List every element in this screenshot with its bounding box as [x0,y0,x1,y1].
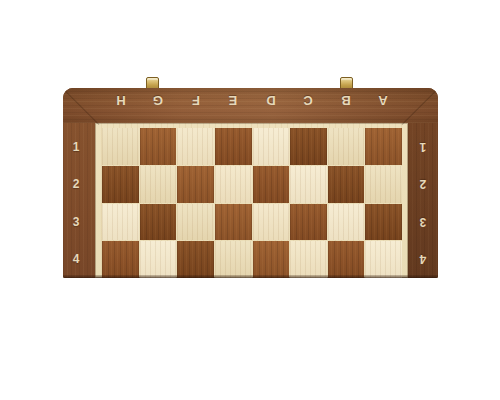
rank-label-right-4: 4 [420,253,427,265]
square-c3 [290,204,327,241]
square-g2 [140,166,177,203]
square-e4 [215,241,252,278]
file-label-e: E [229,94,238,107]
product-photo: HGFEDCBA 1234 1234 [0,0,500,400]
board-frame-top: HGFEDCBA [63,88,438,123]
square-h2 [102,166,139,203]
square-g1 [140,128,177,165]
rank-label-left-2: 2 [73,178,80,190]
rank-label-left-4: 4 [73,253,80,265]
square-d2 [253,166,290,203]
rank-label-left-1: 1 [73,141,80,153]
square-f3 [177,204,214,241]
square-f2 [177,166,214,203]
square-f4 [177,241,214,278]
square-b2 [328,166,365,203]
file-label-a: A [379,94,388,107]
square-b3 [328,204,365,241]
rank-label-right-2: 2 [420,178,427,190]
square-b4 [328,241,365,278]
file-label-d: D [266,94,275,107]
square-e3 [215,204,252,241]
square-e2 [215,166,252,203]
squares-grid [102,128,402,278]
file-label-g: G [153,94,163,107]
square-b1 [328,128,365,165]
rank-label-left-3: 3 [73,216,80,228]
square-a1 [365,128,402,165]
file-label-f: F [192,94,200,107]
square-c1 [290,128,327,165]
file-label-c: C [304,94,313,107]
rank-label-right-1: 1 [420,141,427,153]
square-d1 [253,128,290,165]
square-a2 [365,166,402,203]
board-frame-right: 1234 [408,123,438,278]
playing-surface [95,123,408,278]
square-g3 [140,204,177,241]
square-h3 [102,204,139,241]
file-label-h: H [116,94,125,107]
square-h1 [102,128,139,165]
fold-edge [63,275,438,278]
square-d4 [253,241,290,278]
chess-board: HGFEDCBA 1234 1234 [63,88,438,278]
file-label-b: B [341,94,350,107]
square-f1 [177,128,214,165]
square-c4 [290,241,327,278]
square-e1 [215,128,252,165]
square-c2 [290,166,327,203]
miter-seam-left [63,89,99,125]
rank-label-right-3: 3 [420,216,427,228]
miter-seam-right [402,89,438,125]
square-h4 [102,241,139,278]
board-frame-left: 1234 [63,123,95,278]
square-g4 [140,241,177,278]
square-d3 [253,204,290,241]
square-a4 [365,241,402,278]
square-a3 [365,204,402,241]
